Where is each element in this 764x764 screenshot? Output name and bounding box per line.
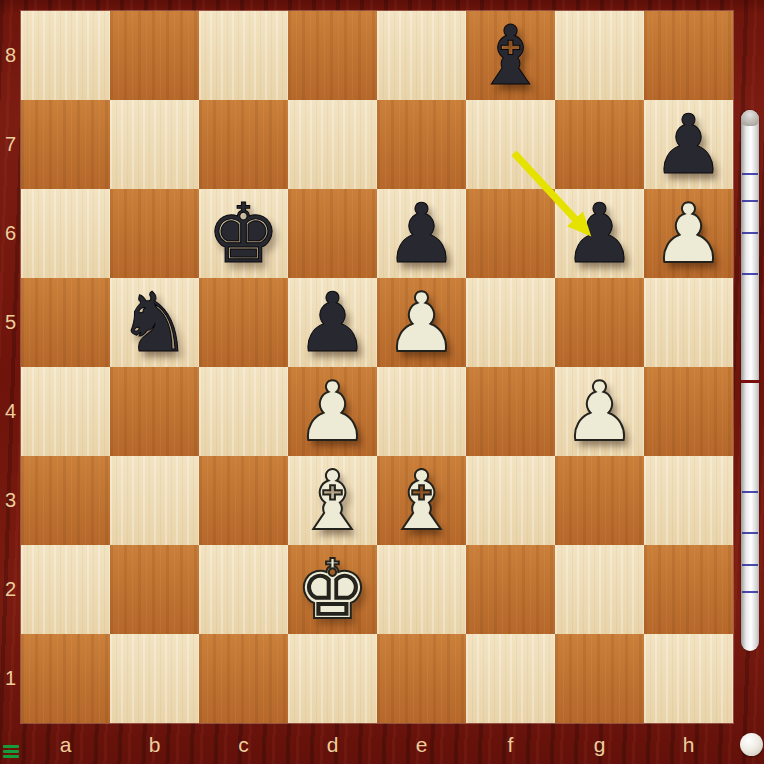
square-h3[interactable]: [644, 456, 733, 545]
square-c3[interactable]: [199, 456, 288, 545]
square-d7[interactable]: [288, 100, 377, 189]
square-h8[interactable]: [644, 11, 733, 100]
rank-label-4: 4: [0, 367, 21, 456]
eval-tick: [742, 273, 758, 275]
square-a8[interactable]: [21, 11, 110, 100]
square-a6[interactable]: [21, 189, 110, 278]
square-f7[interactable]: [466, 100, 555, 189]
white-pawn[interactable]: ♟: [644, 189, 733, 278]
square-g4[interactable]: ♟: [555, 367, 644, 456]
square-g6[interactable]: ♟: [555, 189, 644, 278]
square-e2[interactable]: [377, 545, 466, 634]
square-a1[interactable]: [21, 634, 110, 723]
eval-tick: [742, 491, 758, 493]
square-c8[interactable]: [199, 11, 288, 100]
square-d3[interactable]: ♝: [288, 456, 377, 545]
chess-app: ♝♟♚♟♟♟♞♟♟♟♟♝♝♚ 87654321 abcdefgh: [0, 0, 764, 764]
square-e8[interactable]: [377, 11, 466, 100]
rank-label-5: 5: [0, 278, 21, 367]
square-b8[interactable]: [110, 11, 199, 100]
square-d8[interactable]: [288, 11, 377, 100]
square-b7[interactable]: [110, 100, 199, 189]
square-e3[interactable]: ♝: [377, 456, 466, 545]
rank-label-2: 2: [0, 545, 21, 634]
square-f6[interactable]: [466, 189, 555, 278]
square-h7[interactable]: ♟: [644, 100, 733, 189]
square-c4[interactable]: [199, 367, 288, 456]
black-bishop[interactable]: ♝: [466, 11, 555, 100]
square-c2[interactable]: [199, 545, 288, 634]
white-pawn[interactable]: ♟: [555, 367, 644, 456]
square-d6[interactable]: [288, 189, 377, 278]
black-knight[interactable]: ♞: [110, 278, 199, 367]
square-b4[interactable]: [110, 367, 199, 456]
eval-tick: [742, 532, 758, 534]
square-f5[interactable]: [466, 278, 555, 367]
eval-tick: [742, 173, 758, 175]
square-e6[interactable]: ♟: [377, 189, 466, 278]
rank-label-3: 3: [0, 456, 21, 545]
square-g5[interactable]: [555, 278, 644, 367]
square-b5[interactable]: ♞: [110, 278, 199, 367]
square-g2[interactable]: [555, 545, 644, 634]
menu-bar: [3, 750, 19, 753]
square-g8[interactable]: [555, 11, 644, 100]
rank-label-8: 8: [0, 11, 21, 100]
white-pawn[interactable]: ♟: [377, 278, 466, 367]
rank-label-6: 6: [0, 189, 21, 278]
square-d2[interactable]: ♚: [288, 545, 377, 634]
file-label-d: d: [288, 723, 377, 764]
square-e5[interactable]: ♟: [377, 278, 466, 367]
black-pawn[interactable]: ♟: [377, 189, 466, 278]
square-a2[interactable]: [21, 545, 110, 634]
file-label-a: a: [21, 723, 110, 764]
white-to-move-indicator: [740, 733, 763, 756]
eval-tick: [742, 232, 758, 234]
square-g3[interactable]: [555, 456, 644, 545]
white-king[interactable]: ♚: [288, 545, 377, 634]
square-e7[interactable]: [377, 100, 466, 189]
square-c7[interactable]: [199, 100, 288, 189]
black-pawn[interactable]: ♟: [288, 278, 377, 367]
file-label-b: b: [110, 723, 199, 764]
square-c1[interactable]: [199, 634, 288, 723]
rank-label-7: 7: [0, 100, 21, 189]
square-g7[interactable]: [555, 100, 644, 189]
white-pawn[interactable]: ♟: [288, 367, 377, 456]
square-b6[interactable]: [110, 189, 199, 278]
square-b1[interactable]: [110, 634, 199, 723]
square-b3[interactable]: [110, 456, 199, 545]
square-f8[interactable]: ♝: [466, 11, 555, 100]
rank-label-1: 1: [0, 634, 21, 723]
square-a7[interactable]: [21, 100, 110, 189]
square-b2[interactable]: [110, 545, 199, 634]
menu-icon[interactable]: [3, 745, 20, 761]
square-g1[interactable]: [555, 634, 644, 723]
square-a3[interactable]: [21, 456, 110, 545]
square-a5[interactable]: [21, 278, 110, 367]
square-h5[interactable]: [644, 278, 733, 367]
square-f3[interactable]: [466, 456, 555, 545]
square-e1[interactable]: [377, 634, 466, 723]
square-e4[interactable]: [377, 367, 466, 456]
square-d4[interactable]: ♟: [288, 367, 377, 456]
square-f1[interactable]: [466, 634, 555, 723]
evaluation-bar-cap: [741, 110, 759, 126]
file-label-c: c: [199, 723, 288, 764]
black-king[interactable]: ♚: [199, 189, 288, 278]
chess-board[interactable]: ♝♟♚♟♟♟♞♟♟♟♟♝♝♚: [21, 11, 733, 723]
file-label-h: h: [644, 723, 733, 764]
square-f2[interactable]: [466, 545, 555, 634]
white-bishop[interactable]: ♝: [377, 456, 466, 545]
square-a4[interactable]: [21, 367, 110, 456]
square-h2[interactable]: [644, 545, 733, 634]
eval-center-line: [741, 380, 759, 383]
square-h1[interactable]: [644, 634, 733, 723]
file-label-f: f: [466, 723, 555, 764]
square-f4[interactable]: [466, 367, 555, 456]
square-c5[interactable]: [199, 278, 288, 367]
white-bishop[interactable]: ♝: [288, 456, 377, 545]
menu-bar: [3, 745, 19, 748]
square-h4[interactable]: [644, 367, 733, 456]
square-c6[interactable]: ♚: [199, 189, 288, 278]
eval-tick: [742, 564, 758, 566]
file-label-g: g: [555, 723, 644, 764]
menu-bar: [3, 755, 19, 758]
eval-tick: [742, 200, 758, 202]
black-pawn[interactable]: ♟: [644, 100, 733, 189]
square-d1[interactable]: [288, 634, 377, 723]
square-d5[interactable]: ♟: [288, 278, 377, 367]
evaluation-bar: [741, 110, 759, 651]
black-pawn[interactable]: ♟: [555, 189, 644, 278]
square-h6[interactable]: ♟: [644, 189, 733, 278]
file-label-e: e: [377, 723, 466, 764]
eval-tick: [742, 591, 758, 593]
